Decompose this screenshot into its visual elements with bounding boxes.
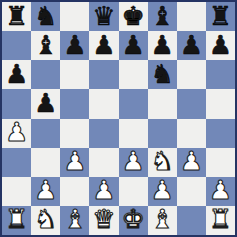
square-h4[interactable] bbox=[206, 119, 235, 148]
black-pawn-e7: ♟ bbox=[121, 32, 144, 58]
black-bishop-f8: ♝ bbox=[151, 3, 174, 29]
white-pawn-b2: ♟ bbox=[34, 177, 57, 203]
square-f5[interactable] bbox=[148, 89, 177, 118]
black-bishop-b7: ♝ bbox=[34, 32, 57, 58]
square-g3[interactable]: ♟ bbox=[177, 148, 206, 177]
square-h6[interactable] bbox=[206, 60, 235, 89]
square-a5[interactable] bbox=[2, 89, 31, 118]
square-f8[interactable]: ♝ bbox=[148, 2, 177, 31]
square-f4[interactable] bbox=[148, 119, 177, 148]
square-b3[interactable] bbox=[31, 148, 60, 177]
square-g1[interactable] bbox=[177, 206, 206, 235]
square-b7[interactable]: ♝ bbox=[31, 31, 60, 60]
white-pawn-e3: ♟ bbox=[121, 148, 144, 174]
square-h1[interactable]: ♜ bbox=[206, 206, 235, 235]
white-queen-d1: ♛ bbox=[92, 206, 115, 232]
white-pawn-c3: ♟ bbox=[63, 148, 86, 174]
square-e8[interactable]: ♚ bbox=[119, 2, 148, 31]
square-h8[interactable]: ♜ bbox=[206, 2, 235, 31]
chess-board: ♜♞♛♚♝♜♝♟♟♟♟♟♟♟♞♟♟♟♟♞♟♟♟♟♟♜♞♝♛♚♝♜ bbox=[0, 0, 237, 237]
white-bishop-c1: ♝ bbox=[63, 206, 86, 232]
square-c5[interactable] bbox=[60, 89, 89, 118]
square-e6[interactable] bbox=[119, 60, 148, 89]
square-h3[interactable] bbox=[206, 148, 235, 177]
square-d2[interactable]: ♟ bbox=[89, 177, 118, 206]
square-a6[interactable]: ♟ bbox=[2, 60, 31, 89]
square-c8[interactable] bbox=[60, 2, 89, 31]
square-c2[interactable] bbox=[60, 177, 89, 206]
square-c3[interactable]: ♟ bbox=[60, 148, 89, 177]
square-c4[interactable] bbox=[60, 119, 89, 148]
square-f2[interactable]: ♟ bbox=[148, 177, 177, 206]
square-f3[interactable]: ♞ bbox=[148, 148, 177, 177]
white-knight-b1: ♞ bbox=[34, 206, 57, 232]
square-g6[interactable] bbox=[177, 60, 206, 89]
square-b1[interactable]: ♞ bbox=[31, 206, 60, 235]
black-pawn-g7: ♟ bbox=[180, 32, 203, 58]
white-pawn-h2: ♟ bbox=[209, 177, 232, 203]
square-b4[interactable] bbox=[31, 119, 60, 148]
square-e2[interactable] bbox=[119, 177, 148, 206]
square-f1[interactable]: ♝ bbox=[148, 206, 177, 235]
square-b2[interactable]: ♟ bbox=[31, 177, 60, 206]
square-a4[interactable]: ♟ bbox=[2, 119, 31, 148]
white-pawn-f2: ♟ bbox=[151, 177, 174, 203]
square-f7[interactable]: ♟ bbox=[148, 31, 177, 60]
square-h7[interactable]: ♟ bbox=[206, 31, 235, 60]
square-c6[interactable] bbox=[60, 60, 89, 89]
square-c1[interactable]: ♝ bbox=[60, 206, 89, 235]
black-pawn-a6: ♟ bbox=[5, 61, 28, 87]
square-g4[interactable] bbox=[177, 119, 206, 148]
black-pawn-d7: ♟ bbox=[92, 32, 115, 58]
square-e3[interactable]: ♟ bbox=[119, 148, 148, 177]
square-g2[interactable] bbox=[177, 177, 206, 206]
square-a8[interactable]: ♜ bbox=[2, 2, 31, 31]
white-pawn-g3: ♟ bbox=[180, 148, 203, 174]
black-pawn-c7: ♟ bbox=[63, 32, 86, 58]
white-rook-a1: ♜ bbox=[5, 206, 28, 232]
square-b6[interactable] bbox=[31, 60, 60, 89]
black-knight-f6: ♞ bbox=[151, 61, 174, 87]
black-rook-h8: ♜ bbox=[209, 3, 232, 29]
square-d1[interactable]: ♛ bbox=[89, 206, 118, 235]
square-g7[interactable]: ♟ bbox=[177, 31, 206, 60]
white-rook-h1: ♜ bbox=[209, 206, 232, 232]
square-d8[interactable]: ♛ bbox=[89, 2, 118, 31]
square-a1[interactable]: ♜ bbox=[2, 206, 31, 235]
square-d7[interactable]: ♟ bbox=[89, 31, 118, 60]
square-d6[interactable] bbox=[89, 60, 118, 89]
square-b5[interactable]: ♟ bbox=[31, 89, 60, 118]
square-g8[interactable] bbox=[177, 2, 206, 31]
square-c7[interactable]: ♟ bbox=[60, 31, 89, 60]
square-a2[interactable] bbox=[2, 177, 31, 206]
white-knight-f3: ♞ bbox=[151, 148, 174, 174]
white-bishop-f1: ♝ bbox=[151, 206, 174, 232]
white-pawn-a4: ♟ bbox=[5, 119, 28, 145]
black-pawn-b5: ♟ bbox=[34, 90, 57, 116]
square-b8[interactable]: ♞ bbox=[31, 2, 60, 31]
black-rook-a8: ♜ bbox=[5, 3, 28, 29]
square-e7[interactable]: ♟ bbox=[119, 31, 148, 60]
black-queen-d8: ♛ bbox=[92, 3, 115, 29]
black-knight-b8: ♞ bbox=[34, 3, 57, 29]
square-a3[interactable] bbox=[2, 148, 31, 177]
square-d3[interactable] bbox=[89, 148, 118, 177]
black-pawn-f7: ♟ bbox=[151, 32, 174, 58]
square-e1[interactable]: ♚ bbox=[119, 206, 148, 235]
square-h5[interactable] bbox=[206, 89, 235, 118]
square-a7[interactable] bbox=[2, 31, 31, 60]
square-f6[interactable]: ♞ bbox=[148, 60, 177, 89]
square-g5[interactable] bbox=[177, 89, 206, 118]
black-king-e8: ♚ bbox=[121, 3, 144, 29]
white-pawn-d2: ♟ bbox=[92, 177, 115, 203]
square-e5[interactable] bbox=[119, 89, 148, 118]
square-h2[interactable]: ♟ bbox=[206, 177, 235, 206]
square-d5[interactable] bbox=[89, 89, 118, 118]
black-pawn-h7: ♟ bbox=[209, 32, 232, 58]
square-e4[interactable] bbox=[119, 119, 148, 148]
white-king-e1: ♚ bbox=[121, 206, 144, 232]
square-d4[interactable] bbox=[89, 119, 118, 148]
